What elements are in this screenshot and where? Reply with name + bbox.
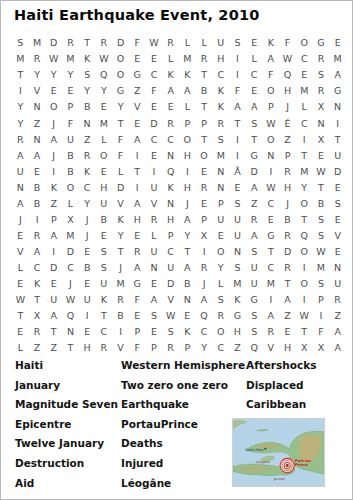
grid-cell[interactable]: P <box>146 340 163 356</box>
grid-cell[interactable]: Z <box>279 308 296 324</box>
grid-cell[interactable]: L <box>146 228 163 244</box>
grid-cell[interactable]: E <box>146 324 163 340</box>
grid-cell[interactable]: K <box>162 67 179 83</box>
grid-cell[interactable]: A <box>179 83 196 99</box>
grid-cell[interactable]: R <box>146 212 163 228</box>
grid-cell[interactable]: E <box>146 276 163 292</box>
grid-cell[interactable]: N <box>212 179 229 195</box>
grid-cell[interactable]: M <box>12 51 29 67</box>
grid-cell[interactable]: S <box>96 260 113 276</box>
grid-cell[interactable]: Z <box>29 115 46 131</box>
grid-cell[interactable]: E <box>12 228 29 244</box>
grid-cell[interactable]: I <box>12 83 29 99</box>
grid-cell[interactable]: W <box>96 51 113 67</box>
grid-cell[interactable]: T <box>196 99 213 115</box>
grid-cell[interactable]: L <box>162 51 179 67</box>
grid-cell[interactable]: V <box>162 292 179 308</box>
grid-cell[interactable]: R <box>29 324 46 340</box>
grid-cell[interactable]: V <box>329 228 346 244</box>
grid-cell[interactable]: O <box>45 99 62 115</box>
grid-cell[interactable]: T <box>62 340 79 356</box>
grid-cell[interactable]: G <box>329 83 346 99</box>
grid-cell[interactable]: E <box>29 163 46 179</box>
grid-cell[interactable]: E <box>229 179 246 195</box>
grid-cell[interactable]: I <box>179 163 196 179</box>
grid-cell[interactable]: C <box>79 179 96 195</box>
grid-cell[interactable]: J <box>79 212 96 228</box>
grid-cell[interactable]: T <box>296 212 313 228</box>
grid-cell[interactable]: G <box>246 147 263 163</box>
grid-cell[interactable]: A <box>129 260 146 276</box>
grid-cell[interactable]: D <box>45 35 62 51</box>
grid-cell[interactable]: A <box>12 195 29 211</box>
grid-cell[interactable]: Y <box>296 179 313 195</box>
grid-cell[interactable]: E <box>146 51 163 67</box>
grid-cell[interactable]: F <box>112 131 129 147</box>
grid-cell[interactable]: A <box>129 195 146 211</box>
grid-cell[interactable]: G <box>313 35 330 51</box>
grid-cell[interactable]: Z <box>129 83 146 99</box>
grid-cell[interactable]: E <box>329 179 346 195</box>
grid-cell[interactable]: K <box>29 276 46 292</box>
grid-cell[interactable]: E <box>96 228 113 244</box>
grid-cell[interactable]: E <box>129 115 146 131</box>
grid-cell[interactable]: Z <box>246 195 263 211</box>
grid-cell[interactable]: R <box>263 324 280 340</box>
grid-cell[interactable]: T <box>313 179 330 195</box>
grid-cell[interactable]: U <box>246 260 263 276</box>
grid-cell[interactable]: G <box>246 292 263 308</box>
grid-cell[interactable]: J <box>279 195 296 211</box>
grid-cell[interactable]: B <box>62 163 79 179</box>
grid-cell[interactable]: S <box>229 35 246 51</box>
grid-cell[interactable]: P <box>62 99 79 115</box>
grid-cell[interactable]: K <box>79 51 96 67</box>
grid-cell[interactable]: W <box>263 179 280 195</box>
grid-cell[interactable]: R <box>12 131 29 147</box>
grid-cell[interactable]: J <box>12 212 29 228</box>
grid-cell[interactable]: A <box>279 292 296 308</box>
grid-cell[interactable]: H <box>79 340 96 356</box>
grid-cell[interactable]: N <box>29 99 46 115</box>
grid-cell[interactable]: D <box>45 260 62 276</box>
grid-cell[interactable]: E <box>313 147 330 163</box>
grid-cell[interactable]: S <box>79 67 96 83</box>
grid-cell[interactable]: A <box>246 99 263 115</box>
grid-cell[interactable]: G <box>129 67 146 83</box>
grid-cell[interactable]: C <box>96 324 113 340</box>
grid-cell[interactable]: A <box>12 147 29 163</box>
grid-cell[interactable]: X <box>29 308 46 324</box>
grid-cell[interactable]: E <box>45 276 62 292</box>
grid-cell[interactable]: U <box>96 195 113 211</box>
grid-cell[interactable]: K <box>179 324 196 340</box>
grid-cell[interactable]: L <box>179 99 196 115</box>
grid-cell[interactable]: A <box>246 228 263 244</box>
grid-cell[interactable]: E <box>79 276 96 292</box>
grid-cell[interactable]: E <box>179 308 196 324</box>
grid-cell[interactable]: K <box>212 83 229 99</box>
grid-cell[interactable]: N <box>212 163 229 179</box>
grid-cell[interactable]: W <box>62 292 79 308</box>
grid-cell[interactable]: O <box>62 179 79 195</box>
grid-cell[interactable]: V <box>129 99 146 115</box>
grid-cell[interactable]: R <box>329 292 346 308</box>
grid-cell[interactable]: E <box>196 195 213 211</box>
grid-cell[interactable]: T <box>329 131 346 147</box>
grid-cell[interactable]: N <box>79 115 96 131</box>
grid-cell[interactable]: D <box>329 163 346 179</box>
grid-cell[interactable]: U <box>246 276 263 292</box>
grid-cell[interactable]: Y <box>212 260 229 276</box>
grid-cell[interactable]: O <box>263 83 280 99</box>
grid-cell[interactable]: N <box>179 292 196 308</box>
grid-cell[interactable]: F <box>129 35 146 51</box>
grid-cell[interactable]: E <box>79 244 96 260</box>
grid-cell[interactable]: R <box>313 51 330 67</box>
grid-cell[interactable]: W <box>45 51 62 67</box>
grid-cell[interactable]: U <box>79 292 96 308</box>
grid-cell[interactable]: N <box>62 324 79 340</box>
grid-cell[interactable]: T <box>129 163 146 179</box>
grid-cell[interactable]: L <box>96 131 113 147</box>
grid-cell[interactable]: F <box>279 35 296 51</box>
grid-cell[interactable]: C <box>296 115 313 131</box>
grid-cell[interactable]: E <box>329 244 346 260</box>
grid-cell[interactable]: E <box>96 99 113 115</box>
grid-cell[interactable]: R <box>162 115 179 131</box>
grid-cell[interactable]: Y <box>112 228 129 244</box>
grid-cell[interactable]: M <box>229 276 246 292</box>
grid-cell[interactable]: S <box>96 244 113 260</box>
grid-cell[interactable]: K <box>229 292 246 308</box>
grid-cell[interactable]: H <box>279 179 296 195</box>
grid-cell[interactable]: Y <box>79 83 96 99</box>
grid-cell[interactable]: O <box>112 51 129 67</box>
grid-cell[interactable]: A <box>329 67 346 83</box>
grid-cell[interactable]: N <box>29 131 46 147</box>
grid-cell[interactable]: E <box>62 83 79 99</box>
grid-cell[interactable]: B <box>112 308 129 324</box>
grid-cell[interactable]: V <box>112 340 129 356</box>
grid-cell[interactable]: Y <box>112 99 129 115</box>
grid-cell[interactable]: I <box>45 163 62 179</box>
grid-cell[interactable]: M <box>179 51 196 67</box>
grid-cell[interactable]: E <box>146 99 163 115</box>
grid-cell[interactable]: J <box>279 99 296 115</box>
grid-cell[interactable]: Z <box>45 340 62 356</box>
grid-cell[interactable]: E <box>129 51 146 67</box>
grid-cell[interactable]: I <box>229 131 246 147</box>
grid-cell[interactable]: O <box>263 131 280 147</box>
grid-cell[interactable]: Q <box>246 340 263 356</box>
grid-cell[interactable]: S <box>246 308 263 324</box>
grid-cell[interactable]: Q <box>279 67 296 83</box>
grid-cell[interactable]: R <box>212 308 229 324</box>
grid-cell[interactable]: C <box>212 67 229 83</box>
grid-cell[interactable]: B <box>29 195 46 211</box>
grid-cell[interactable]: F <box>229 83 246 99</box>
grid-cell[interactable]: G <box>112 83 129 99</box>
grid-cell[interactable]: W <box>313 163 330 179</box>
grid-cell[interactable]: W <box>12 292 29 308</box>
grid-cell[interactable]: U <box>329 276 346 292</box>
grid-cell[interactable]: T <box>196 67 213 83</box>
grid-cell[interactable]: U <box>212 35 229 51</box>
grid-cell[interactable]: U <box>45 292 62 308</box>
grid-cell[interactable]: G <box>263 228 280 244</box>
grid-cell[interactable]: T <box>112 244 129 260</box>
grid-cell[interactable]: T <box>263 244 280 260</box>
grid-cell[interactable]: I <box>296 292 313 308</box>
grid-cell[interactable]: E <box>246 83 263 99</box>
grid-cell[interactable]: E <box>329 212 346 228</box>
grid-cell[interactable]: U <box>229 212 246 228</box>
grid-cell[interactable]: T <box>112 115 129 131</box>
grid-cell[interactable]: F <box>129 292 146 308</box>
grid-cell[interactable]: I <box>79 308 96 324</box>
grid-cell[interactable]: A <box>129 131 146 147</box>
grid-cell[interactable]: O <box>96 147 113 163</box>
grid-cell[interactable]: X <box>62 212 79 228</box>
grid-cell[interactable]: R <box>196 179 213 195</box>
grid-cell[interactable]: A <box>45 228 62 244</box>
grid-cell[interactable]: A <box>45 131 62 147</box>
grid-cell[interactable]: A <box>196 292 213 308</box>
grid-cell[interactable]: L <box>296 99 313 115</box>
grid-cell[interactable]: E <box>162 99 179 115</box>
grid-cell[interactable]: W <box>146 35 163 51</box>
grid-cell[interactable]: N <box>162 195 179 211</box>
grid-cell[interactable]: V <box>112 195 129 211</box>
grid-cell[interactable]: O <box>112 67 129 83</box>
grid-cell[interactable]: P <box>279 147 296 163</box>
grid-cell[interactable]: J <box>62 276 79 292</box>
grid-cell[interactable]: N <box>229 244 246 260</box>
grid-cell[interactable]: T <box>246 131 263 147</box>
grid-cell[interactable]: F <box>112 147 129 163</box>
grid-cell[interactable]: N <box>162 147 179 163</box>
grid-cell[interactable]: T <box>179 244 196 260</box>
grid-cell[interactable]: K <box>179 67 196 83</box>
grid-cell[interactable]: C <box>29 260 46 276</box>
grid-cell[interactable]: S <box>212 131 229 147</box>
grid-cell[interactable]: O <box>196 147 213 163</box>
grid-cell[interactable]: B <box>96 212 113 228</box>
grid-cell[interactable]: B <box>196 83 213 99</box>
grid-cell[interactable]: U <box>96 276 113 292</box>
grid-cell[interactable]: T <box>296 147 313 163</box>
grid-cell[interactable]: C <box>162 244 179 260</box>
grid-cell[interactable]: A <box>229 99 246 115</box>
grid-cell[interactable]: M <box>62 228 79 244</box>
grid-cell[interactable]: E <box>212 228 229 244</box>
grid-cell[interactable]: U <box>146 179 163 195</box>
grid-cell[interactable]: S <box>246 324 263 340</box>
grid-cell[interactable]: R <box>29 228 46 244</box>
grid-cell[interactable]: R <box>162 340 179 356</box>
grid-cell[interactable]: N <box>12 179 29 195</box>
grid-cell[interactable]: I <box>196 244 213 260</box>
grid-cell[interactable]: W <box>313 244 330 260</box>
grid-cell[interactable]: U <box>62 131 79 147</box>
grid-cell[interactable]: I <box>129 179 146 195</box>
grid-cell[interactable]: E <box>296 67 313 83</box>
grid-cell[interactable]: B <box>179 276 196 292</box>
grid-cell[interactable]: P <box>313 292 330 308</box>
grid-cell[interactable]: X <box>313 131 330 147</box>
grid-cell[interactable]: Z <box>229 340 246 356</box>
grid-cell[interactable]: R <box>29 51 46 67</box>
grid-cell[interactable]: P <box>162 228 179 244</box>
grid-cell[interactable]: B <box>313 195 330 211</box>
grid-cell[interactable]: T <box>96 308 113 324</box>
grid-cell[interactable]: T <box>296 324 313 340</box>
grid-cell[interactable]: C <box>263 195 280 211</box>
grid-cell[interactable]: E <box>79 324 96 340</box>
grid-cell[interactable]: P <box>196 212 213 228</box>
grid-cell[interactable]: U <box>212 212 229 228</box>
grid-cell[interactable]: V <box>263 340 280 356</box>
grid-cell[interactable]: C <box>196 324 213 340</box>
grid-cell[interactable]: B <box>29 179 46 195</box>
grid-cell[interactable]: A <box>246 179 263 195</box>
grid-cell[interactable]: S <box>146 308 163 324</box>
grid-cell[interactable]: E <box>96 163 113 179</box>
grid-cell[interactable]: K <box>263 35 280 51</box>
grid-cell[interactable]: F <box>62 115 79 131</box>
grid-cell[interactable]: R <box>313 83 330 99</box>
grid-cell[interactable]: Y <box>96 83 113 99</box>
grid-cell[interactable]: T <box>29 292 46 308</box>
grid-cell[interactable]: E <box>263 212 280 228</box>
grid-cell[interactable]: A <box>162 83 179 99</box>
grid-cell[interactable]: S <box>229 260 246 276</box>
grid-cell[interactable]: K <box>212 99 229 115</box>
grid-cell[interactable]: F <box>129 340 146 356</box>
grid-cell[interactable]: N <box>146 260 163 276</box>
grid-cell[interactable]: K <box>96 292 113 308</box>
grid-cell[interactable]: C <box>212 340 229 356</box>
grid-cell[interactable]: D <box>112 35 129 51</box>
grid-cell[interactable]: I <box>313 308 330 324</box>
grid-cell[interactable]: L <box>12 340 29 356</box>
grid-cell[interactable]: O <box>212 244 229 260</box>
grid-cell[interactable]: D <box>62 244 79 260</box>
grid-cell[interactable]: B <box>79 99 96 115</box>
grid-cell[interactable]: Z <box>279 131 296 147</box>
grid-cell[interactable]: S <box>313 276 330 292</box>
grid-cell[interactable]: Y <box>12 99 29 115</box>
grid-cell[interactable]: I <box>45 244 62 260</box>
grid-cell[interactable]: P <box>129 324 146 340</box>
grid-cell[interactable]: N <box>263 147 280 163</box>
grid-cell[interactable]: C <box>146 131 163 147</box>
grid-cell[interactable]: E <box>246 35 263 51</box>
grid-cell[interactable]: A <box>179 212 196 228</box>
grid-cell[interactable]: R <box>96 35 113 51</box>
grid-cell[interactable]: Z <box>79 131 96 147</box>
grid-cell[interactable]: Q <box>96 67 113 83</box>
grid-cell[interactable]: O <box>212 324 229 340</box>
grid-cell[interactable]: T <box>279 276 296 292</box>
grid-cell[interactable]: P <box>179 340 196 356</box>
grid-cell[interactable]: R <box>279 228 296 244</box>
grid-cell[interactable]: U <box>12 163 29 179</box>
grid-cell[interactable]: I <box>263 163 280 179</box>
grid-cell[interactable]: N <box>313 115 330 131</box>
grid-cell[interactable]: J <box>79 228 96 244</box>
grid-cell[interactable]: A <box>263 51 280 67</box>
grid-cell[interactable]: Y <box>79 195 96 211</box>
grid-cell[interactable]: O <box>296 195 313 211</box>
grid-cell[interactable]: Q <box>162 163 179 179</box>
grid-cell[interactable]: H <box>212 51 229 67</box>
grid-cell[interactable]: R <box>62 35 79 51</box>
grid-cell[interactable]: A <box>263 308 280 324</box>
grid-cell[interactable]: P <box>263 99 280 115</box>
grid-cell[interactable]: S <box>212 292 229 308</box>
grid-cell[interactable]: I <box>296 260 313 276</box>
grid-cell[interactable]: I <box>112 324 129 340</box>
grid-cell[interactable]: R <box>246 212 263 228</box>
grid-cell[interactable]: O <box>296 276 313 292</box>
grid-cell[interactable]: M <box>96 115 113 131</box>
grid-cell[interactable]: R <box>96 340 113 356</box>
grid-cell[interactable]: I <box>146 163 163 179</box>
grid-cell[interactable]: C <box>246 67 263 83</box>
grid-cell[interactable]: R <box>212 115 229 131</box>
grid-cell[interactable]: T <box>12 67 29 83</box>
grid-cell[interactable]: A <box>146 292 163 308</box>
grid-cell[interactable]: H <box>162 212 179 228</box>
grid-cell[interactable]: P <box>196 115 213 131</box>
grid-cell[interactable]: A <box>29 244 46 260</box>
grid-cell[interactable]: C <box>146 67 163 83</box>
grid-cell[interactable]: Q <box>62 308 79 324</box>
grid-cell[interactable]: É <box>279 115 296 131</box>
grid-cell[interactable]: E <box>146 147 163 163</box>
grid-cell[interactable]: E <box>129 308 146 324</box>
grid-cell[interactable]: W <box>279 51 296 67</box>
grid-cell[interactable]: F <box>313 324 330 340</box>
grid-cell[interactable]: R <box>112 292 129 308</box>
grid-cell[interactable]: H <box>179 179 196 195</box>
grid-cell[interactable]: P <box>45 212 62 228</box>
grid-cell[interactable]: W <box>296 308 313 324</box>
grid-cell[interactable]: M <box>263 276 280 292</box>
grid-cell[interactable]: I <box>229 67 246 83</box>
grid-cell[interactable]: J <box>45 147 62 163</box>
grid-cell[interactable]: L <box>62 195 79 211</box>
grid-cell[interactable]: R <box>129 244 146 260</box>
grid-cell[interactable]: S <box>162 324 179 340</box>
grid-cell[interactable]: Z <box>329 308 346 324</box>
grid-cell[interactable]: K <box>112 212 129 228</box>
grid-cell[interactable]: I <box>329 115 346 131</box>
grid-cell[interactable]: A <box>45 308 62 324</box>
grid-cell[interactable]: H <box>96 179 113 195</box>
grid-cell[interactable]: T <box>45 324 62 340</box>
grid-cell[interactable]: Q <box>196 308 213 324</box>
grid-cell[interactable]: E <box>12 276 29 292</box>
grid-cell[interactable]: V <box>29 83 46 99</box>
grid-cell[interactable]: E <box>45 83 62 99</box>
grid-cell[interactable]: C <box>263 260 280 276</box>
grid-cell[interactable]: A <box>329 324 346 340</box>
grid-cell[interactable]: E <box>279 324 296 340</box>
grid-cell[interactable]: E <box>129 228 146 244</box>
